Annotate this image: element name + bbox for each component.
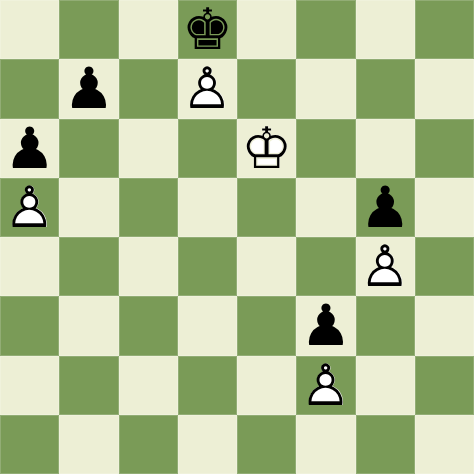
square-f1[interactable] — [296, 415, 355, 474]
piece-black-pawn[interactable]: ♟ — [356, 178, 415, 237]
square-b5[interactable] — [59, 178, 118, 237]
square-a7[interactable] — [0, 59, 59, 118]
square-f5[interactable] — [296, 178, 355, 237]
square-h4[interactable] — [415, 237, 474, 296]
square-e4[interactable] — [237, 237, 296, 296]
square-c8[interactable] — [119, 0, 178, 59]
square-d8[interactable]: ♚ — [178, 0, 237, 59]
piece-white-king[interactable]: ♚♔ — [237, 119, 296, 178]
square-d7[interactable]: ♟♙ — [178, 59, 237, 118]
square-b3[interactable] — [59, 296, 118, 355]
square-f3[interactable]: ♟ — [296, 296, 355, 355]
square-a3[interactable] — [0, 296, 59, 355]
square-a5[interactable]: ♟♙ — [0, 178, 59, 237]
piece-black-pawn[interactable]: ♟ — [59, 59, 118, 118]
square-h8[interactable] — [415, 0, 474, 59]
square-c1[interactable] — [119, 415, 178, 474]
square-b2[interactable] — [59, 356, 118, 415]
piece-white-pawn[interactable]: ♟♙ — [356, 237, 415, 296]
square-d3[interactable] — [178, 296, 237, 355]
piece-black-king[interactable]: ♚ — [178, 0, 237, 59]
square-f6[interactable] — [296, 119, 355, 178]
square-b1[interactable] — [59, 415, 118, 474]
square-g4[interactable]: ♟♙ — [356, 237, 415, 296]
square-a4[interactable] — [0, 237, 59, 296]
chess-board: ♚♟♟♙♟♚♔♟♙♟♟♙♟♟♙ — [0, 0, 474, 474]
piece-glyph-fill: ♟ — [0, 119, 59, 178]
square-e6[interactable]: ♚♔ — [237, 119, 296, 178]
square-b4[interactable] — [59, 237, 118, 296]
square-h2[interactable] — [415, 356, 474, 415]
square-d6[interactable] — [178, 119, 237, 178]
piece-glyph-fill: ♟ — [59, 59, 118, 118]
piece-glyph-outline: ♙ — [0, 178, 59, 237]
square-a8[interactable] — [0, 0, 59, 59]
square-b7[interactable]: ♟ — [59, 59, 118, 118]
square-e2[interactable] — [237, 356, 296, 415]
square-c4[interactable] — [119, 237, 178, 296]
square-e1[interactable] — [237, 415, 296, 474]
square-f4[interactable] — [296, 237, 355, 296]
square-b8[interactable] — [59, 0, 118, 59]
square-h1[interactable] — [415, 415, 474, 474]
square-f7[interactable] — [296, 59, 355, 118]
square-g3[interactable] — [356, 296, 415, 355]
square-g2[interactable] — [356, 356, 415, 415]
piece-white-pawn[interactable]: ♟♙ — [0, 178, 59, 237]
square-b6[interactable] — [59, 119, 118, 178]
square-d5[interactable] — [178, 178, 237, 237]
square-c5[interactable] — [119, 178, 178, 237]
square-a6[interactable]: ♟ — [0, 119, 59, 178]
square-c3[interactable] — [119, 296, 178, 355]
square-h7[interactable] — [415, 59, 474, 118]
piece-glyph-outline: ♔ — [237, 119, 296, 178]
square-g6[interactable] — [356, 119, 415, 178]
square-g7[interactable] — [356, 59, 415, 118]
square-g1[interactable] — [356, 415, 415, 474]
piece-glyph-outline: ♙ — [178, 59, 237, 118]
square-h3[interactable] — [415, 296, 474, 355]
piece-glyph-fill: ♟ — [356, 178, 415, 237]
square-a2[interactable] — [0, 356, 59, 415]
square-e8[interactable] — [237, 0, 296, 59]
square-f2[interactable]: ♟♙ — [296, 356, 355, 415]
square-e5[interactable] — [237, 178, 296, 237]
square-e3[interactable] — [237, 296, 296, 355]
piece-glyph-fill: ♚ — [178, 0, 237, 59]
square-c2[interactable] — [119, 356, 178, 415]
piece-white-pawn[interactable]: ♟♙ — [178, 59, 237, 118]
square-g5[interactable]: ♟ — [356, 178, 415, 237]
square-d2[interactable] — [178, 356, 237, 415]
square-c6[interactable] — [119, 119, 178, 178]
square-h6[interactable] — [415, 119, 474, 178]
square-c7[interactable] — [119, 59, 178, 118]
piece-black-pawn[interactable]: ♟ — [0, 119, 59, 178]
square-d1[interactable] — [178, 415, 237, 474]
piece-black-pawn[interactable]: ♟ — [296, 296, 355, 355]
square-a1[interactable] — [0, 415, 59, 474]
square-d4[interactable] — [178, 237, 237, 296]
piece-white-pawn[interactable]: ♟♙ — [296, 356, 355, 415]
square-f8[interactable] — [296, 0, 355, 59]
square-g8[interactable] — [356, 0, 415, 59]
square-e7[interactable] — [237, 59, 296, 118]
piece-glyph-outline: ♙ — [296, 356, 355, 415]
square-h5[interactable] — [415, 178, 474, 237]
piece-glyph-outline: ♙ — [356, 237, 415, 296]
piece-glyph-fill: ♟ — [296, 296, 355, 355]
